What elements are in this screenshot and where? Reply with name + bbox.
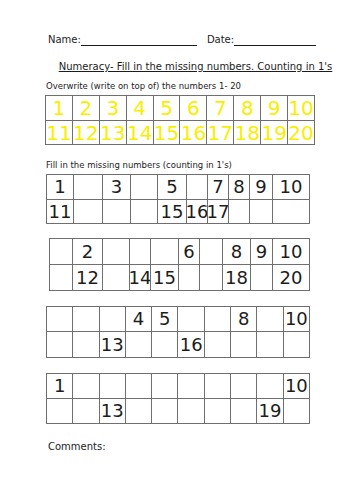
grid-cell-filled: 5 [158,175,187,200]
grid-cell-filled: 9 [261,96,288,121]
grid-cell-filled: 8 [229,175,250,200]
grid-cell-filled: 10 [284,374,310,399]
grid-cell-blank[interactable] [229,200,250,224]
grid-cell-filled: 8 [231,307,257,332]
grid-cell-filled: 10 [284,307,310,332]
grid-cell-filled: 2 [73,239,103,265]
grid-cell-blank[interactable] [74,175,103,200]
grid-cell-blank[interactable] [103,265,130,291]
grid-cell-filled: 2 [73,96,100,121]
grid-cell-filled: 12 [73,265,103,291]
grid-cell-filled: 13 [100,332,126,358]
grid-cell-filled: 1 [46,96,73,121]
grid-cell-blank[interactable] [178,399,204,424]
grid-cell-filled: 16 [178,332,204,358]
grid-cell-blank[interactable] [73,399,99,424]
grid-cell-filled: 9 [250,175,273,200]
grid-cell-filled: 16 [187,200,208,224]
grid-cell-blank[interactable] [131,175,158,200]
grid-cell-blank[interactable] [257,307,283,332]
grid-cell-filled: 14 [130,265,151,291]
grid-cell-filled: 13 [100,399,126,424]
grid-cell-blank[interactable] [284,399,310,424]
grid-cell-blank[interactable] [73,332,99,358]
missing-numbers-grid-1: 1357891011151617 [46,174,310,224]
grid-cell-blank[interactable] [273,200,310,224]
grid-cell-blank[interactable] [47,399,73,424]
date-label: Date: [207,33,234,46]
grid-cell-filled: 3 [103,175,131,200]
grid-cell-filled: 17 [207,121,234,145]
grid-cell-blank[interactable] [100,307,126,332]
grid-cell-filled: 19 [261,121,288,145]
grid-cell-filled: 7 [208,175,229,200]
grid-cell-blank[interactable] [178,374,204,399]
grid-cell-blank[interactable] [205,307,231,332]
grid-cell-blank[interactable] [200,239,223,265]
grid-cell-filled: 5 [152,307,178,332]
grid-cell-filled: 20 [273,265,310,291]
grid-cell-blank[interactable] [131,200,158,224]
grid-cell-filled: 11 [47,200,74,224]
grid-cell-blank[interactable] [187,175,208,200]
grid-cell-blank[interactable] [250,200,273,224]
date-input-line[interactable] [234,33,316,46]
grid-cell-blank[interactable] [126,332,152,358]
grid-cell-filled: 1 [47,175,74,200]
grid-cell-filled: 17 [208,200,229,224]
grid-cell-filled: 19 [257,399,283,424]
grid-cell-filled: 13 [100,121,127,145]
grid-cell-blank[interactable] [152,374,178,399]
grid-cell-blank[interactable] [257,374,283,399]
grid-cell-blank[interactable] [126,399,152,424]
name-input-line[interactable] [81,33,197,46]
grid-cell-blank[interactable] [284,332,310,358]
grid-cell-filled: 6 [179,239,200,265]
grid-cell-filled: 7 [207,96,234,121]
grid-cell-filled: 3 [100,96,127,121]
grid-cell-filled: 18 [223,265,251,291]
grid-cell-filled: 15 [154,121,181,145]
grid-cell-filled: 8 [234,96,261,121]
grid-cell-blank[interactable] [103,239,130,265]
grid-cell-blank[interactable] [152,332,178,358]
grid-cell-filled: 4 [127,96,154,121]
grid-cell-blank[interactable] [130,239,151,265]
grid-cell-blank[interactable] [73,374,99,399]
grid-cell-blank[interactable] [47,332,73,358]
grid-cell-filled: 5 [154,96,181,121]
missing-numbers-grid-2: 2689101214151820 [49,238,310,291]
grid-cell-filled: 16 [180,121,207,145]
grid-cell-blank[interactable] [50,239,73,265]
grid-cell-blank[interactable] [251,265,273,291]
grid-cell-filled: 4 [126,307,152,332]
worksheet-page: Name:Date: Numeracy- Fill in the missing… [0,0,353,500]
grid-cell-blank[interactable] [151,239,179,265]
grid-cell-blank[interactable] [73,307,99,332]
grid-cell-filled: 20 [288,121,315,145]
grid-cell-blank[interactable] [231,332,257,358]
grid-cell-filled: 15 [151,265,179,291]
name-date-row: Name:Date: [48,33,316,46]
grid-cell-blank[interactable] [257,332,283,358]
page-title: Numeracy- Fill in the missing numbers. C… [53,61,338,72]
grid-cell-filled: 15 [158,200,187,224]
overwrite-instruction: Overwrite (write on top of) the numbers … [46,81,241,91]
grid-cell-blank[interactable] [205,399,231,424]
grid-cell-filled: 9 [251,239,273,265]
grid-cell-blank[interactable] [205,332,231,358]
grid-cell-blank[interactable] [100,374,126,399]
grid-cell-blank[interactable] [231,399,257,424]
grid-cell-blank[interactable] [205,374,231,399]
grid-cell-blank[interactable] [74,200,103,224]
grid-cell-blank[interactable] [103,200,131,224]
overwrite-number-grid: 1234567891011121314151617181920 [45,95,315,145]
grid-cell-blank[interactable] [47,307,73,332]
grid-cell-filled: 10 [273,175,310,200]
grid-cell-filled: 10 [273,239,310,265]
missing-numbers-grid-4: 1101319 [46,373,310,424]
grid-cell-blank[interactable] [231,374,257,399]
grid-cell-blank[interactable] [126,374,152,399]
fill-instruction: Fill in the missing numbers (counting in… [46,160,232,170]
grid-cell-filled: 8 [223,239,251,265]
grid-cell-filled: 12 [73,121,100,145]
grid-cell-filled: 14 [127,121,154,145]
grid-cell-filled: 11 [46,121,73,145]
grid-cell-blank[interactable] [50,265,73,291]
grid-cell-blank[interactable] [179,265,200,291]
grid-cell-filled: 1 [47,374,73,399]
grid-cell-filled: 10 [288,96,315,121]
grid-cell-blank[interactable] [178,307,204,332]
name-label: Name: [48,33,81,46]
grid-cell-blank[interactable] [200,265,223,291]
comments-label: Comments: [48,441,106,452]
missing-numbers-grid-3: 458101316 [46,306,310,358]
grid-cell-blank[interactable] [152,399,178,424]
grid-cell-filled: 6 [180,96,207,121]
grid-cell-filled: 18 [234,121,261,145]
